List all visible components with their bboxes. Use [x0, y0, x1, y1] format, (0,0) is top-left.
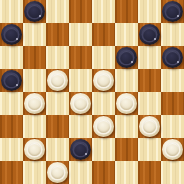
square-d3	[69, 115, 92, 138]
white-man-d4[interactable]	[70, 93, 91, 114]
square-d8[interactable]	[69, 0, 92, 23]
square-e3[interactable]	[92, 115, 115, 138]
square-c6	[46, 46, 69, 69]
square-f2[interactable]	[115, 138, 138, 161]
white-man-g3[interactable]	[139, 116, 160, 137]
square-b6[interactable]	[23, 46, 46, 69]
square-e4	[92, 92, 115, 115]
square-d4[interactable]	[69, 92, 92, 115]
square-c7[interactable]	[46, 23, 69, 46]
square-g6	[138, 46, 161, 69]
square-c5[interactable]	[46, 69, 69, 92]
white-man-h2[interactable]	[162, 139, 183, 160]
square-f7	[115, 23, 138, 46]
square-c1[interactable]	[46, 161, 69, 184]
square-e8	[92, 0, 115, 23]
square-h1	[161, 161, 184, 184]
square-h3	[161, 115, 184, 138]
square-a8	[0, 0, 23, 23]
square-e2	[92, 138, 115, 161]
square-g1[interactable]	[138, 161, 161, 184]
white-man-c1[interactable]	[47, 162, 68, 183]
black-man-a5[interactable]	[1, 70, 22, 91]
square-b7	[23, 23, 46, 46]
black-man-f6[interactable]	[116, 47, 137, 68]
white-man-c5[interactable]	[47, 70, 68, 91]
square-d5	[69, 69, 92, 92]
square-a3[interactable]	[0, 115, 23, 138]
square-h2[interactable]	[161, 138, 184, 161]
black-man-h6[interactable]	[162, 47, 183, 68]
square-f1	[115, 161, 138, 184]
square-h7	[161, 23, 184, 46]
square-h8[interactable]	[161, 0, 184, 23]
square-e6	[92, 46, 115, 69]
black-man-a7[interactable]	[1, 24, 22, 45]
square-c8	[46, 0, 69, 23]
square-a7[interactable]	[0, 23, 23, 46]
white-man-f4[interactable]	[116, 93, 137, 114]
square-b3	[23, 115, 46, 138]
square-h6[interactable]	[161, 46, 184, 69]
square-g3[interactable]	[138, 115, 161, 138]
square-b4[interactable]	[23, 92, 46, 115]
white-man-b4[interactable]	[24, 93, 45, 114]
square-b8[interactable]	[23, 0, 46, 23]
black-man-d2[interactable]	[70, 139, 91, 160]
square-c4	[46, 92, 69, 115]
square-g7[interactable]	[138, 23, 161, 46]
checkers-board	[0, 0, 184, 184]
square-c2	[46, 138, 69, 161]
square-b5	[23, 69, 46, 92]
square-h5	[161, 69, 184, 92]
square-d7	[69, 23, 92, 46]
black-man-h8[interactable]	[162, 1, 183, 22]
square-f6[interactable]	[115, 46, 138, 69]
square-b1	[23, 161, 46, 184]
square-f5	[115, 69, 138, 92]
square-g5[interactable]	[138, 69, 161, 92]
square-a2	[0, 138, 23, 161]
square-h4[interactable]	[161, 92, 184, 115]
black-man-b8[interactable]	[24, 1, 45, 22]
square-c3[interactable]	[46, 115, 69, 138]
square-f4[interactable]	[115, 92, 138, 115]
square-e1[interactable]	[92, 161, 115, 184]
square-b2[interactable]	[23, 138, 46, 161]
square-d2[interactable]	[69, 138, 92, 161]
square-g8	[138, 0, 161, 23]
black-man-g7[interactable]	[139, 24, 160, 45]
square-e7[interactable]	[92, 23, 115, 46]
square-a4	[0, 92, 23, 115]
square-d1	[69, 161, 92, 184]
square-g2	[138, 138, 161, 161]
square-f3	[115, 115, 138, 138]
square-g4	[138, 92, 161, 115]
square-d6[interactable]	[69, 46, 92, 69]
white-man-e3[interactable]	[93, 116, 114, 137]
square-a5[interactable]	[0, 69, 23, 92]
square-a1[interactable]	[0, 161, 23, 184]
white-man-b2[interactable]	[24, 139, 45, 160]
square-f8[interactable]	[115, 0, 138, 23]
square-a6	[0, 46, 23, 69]
square-e5[interactable]	[92, 69, 115, 92]
white-man-e5[interactable]	[93, 70, 114, 91]
